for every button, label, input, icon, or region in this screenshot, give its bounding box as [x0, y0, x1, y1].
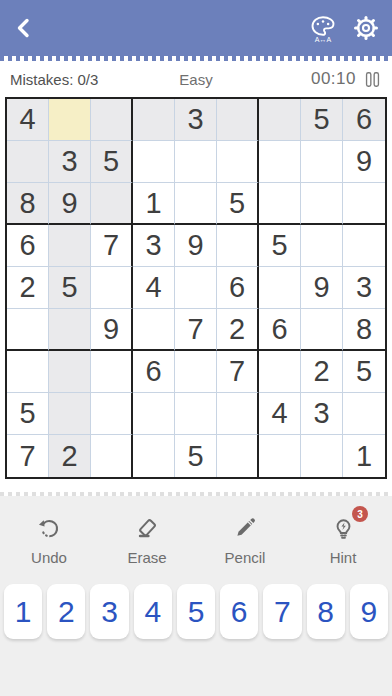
cell-r1c2[interactable]	[49, 99, 91, 141]
cell-r3c7[interactable]	[259, 183, 301, 225]
back-button[interactable]	[12, 11, 46, 45]
cell-r5c2[interactable]: 5	[49, 267, 91, 309]
cell-r6c2[interactable]	[49, 309, 91, 351]
cell-r2c6[interactable]	[217, 141, 259, 183]
pause-button[interactable]	[363, 70, 382, 89]
cell-r5c1[interactable]: 2	[7, 267, 49, 309]
cell-r4c9[interactable]	[343, 225, 385, 267]
cell-r9c9[interactable]: 1	[343, 435, 385, 477]
status-bar: Mistakes: 0/3 Easy 00:10	[0, 64, 392, 94]
pause-icon	[363, 70, 382, 89]
sudoku-app: A↔A	[0, 0, 392, 696]
cell-r9c1[interactable]: 7	[7, 435, 49, 477]
cell-r7c8[interactable]: 2	[301, 351, 343, 393]
toolbar: Undo Erase	[0, 512, 392, 566]
cell-r9c6[interactable]	[217, 435, 259, 477]
cell-r8c4[interactable]	[133, 393, 175, 435]
pencil-label: Pencil	[225, 549, 266, 566]
hint-badge: 3	[352, 506, 368, 522]
cell-r2c9[interactable]: 9	[343, 141, 385, 183]
eraser-icon	[132, 512, 162, 542]
cell-r7c7[interactable]	[259, 351, 301, 393]
cell-r9c2[interactable]: 2	[49, 435, 91, 477]
number-pad: 123456789	[0, 584, 392, 639]
cell-r6c5[interactable]: 7	[175, 309, 217, 351]
numpad-7[interactable]: 7	[263, 584, 301, 639]
theme-button[interactable]: A↔A	[308, 13, 338, 43]
svg-text:A↔A: A↔A	[315, 36, 332, 43]
cell-r7c5[interactable]	[175, 351, 217, 393]
numpad-2[interactable]: 2	[47, 584, 85, 639]
theme-icon: A↔A	[308, 13, 338, 43]
numpad-3[interactable]: 3	[90, 584, 128, 639]
cell-r1c7[interactable]	[259, 99, 301, 141]
cell-r9c8[interactable]	[301, 435, 343, 477]
pencil-icon	[230, 512, 260, 542]
cell-r2c7[interactable]	[259, 141, 301, 183]
cell-r3c9[interactable]	[343, 183, 385, 225]
cell-r6c4[interactable]	[133, 309, 175, 351]
cell-r3c5[interactable]	[175, 183, 217, 225]
cell-r1c1[interactable]: 4	[7, 99, 49, 141]
cell-r3c6[interactable]: 5	[217, 183, 259, 225]
hint-label: Hint	[330, 549, 357, 566]
timer: 00:10	[311, 69, 356, 89]
pencil-button[interactable]: Pencil	[196, 512, 294, 566]
cell-r1c9[interactable]: 6	[343, 99, 385, 141]
numpad-8[interactable]: 8	[307, 584, 345, 639]
numpad-5[interactable]: 5	[177, 584, 215, 639]
cell-r5c7[interactable]	[259, 267, 301, 309]
cell-r9c5[interactable]: 5	[175, 435, 217, 477]
cell-r2c8[interactable]	[301, 141, 343, 183]
undo-button[interactable]: Undo	[0, 512, 98, 566]
cell-r3c4[interactable]: 1	[133, 183, 175, 225]
cell-r4c1[interactable]: 6	[7, 225, 49, 267]
numpad-9[interactable]: 9	[350, 584, 388, 639]
cell-r5c4[interactable]: 4	[133, 267, 175, 309]
cell-r7c4[interactable]: 6	[133, 351, 175, 393]
cell-r7c6[interactable]: 7	[217, 351, 259, 393]
cell-r6c9[interactable]: 8	[343, 309, 385, 351]
numpad-1[interactable]: 1	[4, 584, 42, 639]
cell-r4c6[interactable]	[217, 225, 259, 267]
cell-r7c9[interactable]: 5	[343, 351, 385, 393]
settings-button[interactable]	[352, 14, 380, 42]
cell-r6c3[interactable]: 9	[91, 309, 133, 351]
cell-r1c3[interactable]	[91, 99, 133, 141]
cell-r8c7[interactable]: 4	[259, 393, 301, 435]
cell-r1c6[interactable]	[217, 99, 259, 141]
cell-r5c8[interactable]: 9	[301, 267, 343, 309]
cell-r1c5[interactable]: 3	[175, 99, 217, 141]
cell-r8c1[interactable]: 5	[7, 393, 49, 435]
cell-r5c3[interactable]	[91, 267, 133, 309]
cell-r5c6[interactable]: 6	[217, 267, 259, 309]
cell-r7c3[interactable]	[91, 351, 133, 393]
cell-r8c3[interactable]	[91, 393, 133, 435]
gear-icon	[352, 14, 380, 42]
cell-r3c3[interactable]	[91, 183, 133, 225]
cell-r9c3[interactable]	[91, 435, 133, 477]
cell-r8c8[interactable]: 3	[301, 393, 343, 435]
cell-r8c2[interactable]	[49, 393, 91, 435]
cell-r2c4[interactable]	[133, 141, 175, 183]
undo-icon	[34, 512, 64, 542]
cell-r5c5[interactable]	[175, 267, 217, 309]
cell-r3c2[interactable]: 9	[49, 183, 91, 225]
cell-r4c7[interactable]: 5	[259, 225, 301, 267]
mistakes-counter: Mistakes: 0/3	[10, 71, 134, 88]
bottom-panel: Undo Erase	[0, 496, 392, 696]
cell-r7c1[interactable]	[7, 351, 49, 393]
cell-r4c3[interactable]: 7	[91, 225, 133, 267]
cell-r4c5[interactable]: 9	[175, 225, 217, 267]
cell-r6c8[interactable]	[301, 309, 343, 351]
difficulty-label: Easy	[134, 71, 258, 88]
hint-bulb-icon: 3	[328, 512, 358, 542]
cell-r2c3[interactable]: 5	[91, 141, 133, 183]
cell-r4c8[interactable]	[301, 225, 343, 267]
erase-button[interactable]: Erase	[98, 512, 196, 566]
cell-r9c7[interactable]	[259, 435, 301, 477]
hint-button[interactable]: 3 Hint	[294, 512, 392, 566]
header-bar: A↔A	[0, 0, 392, 56]
cell-r1c4[interactable]	[133, 99, 175, 141]
cell-r3c1[interactable]: 8	[7, 183, 49, 225]
cell-r9c4[interactable]	[133, 435, 175, 477]
cell-r6c1[interactable]	[7, 309, 49, 351]
cell-r1c8[interactable]: 5	[301, 99, 343, 141]
cell-r5c9[interactable]: 3	[343, 267, 385, 309]
cell-r2c2[interactable]: 3	[49, 141, 91, 183]
sudoku-board: 43563598915673952546939726867255437251	[5, 97, 387, 479]
cell-r3c8[interactable]	[301, 183, 343, 225]
header-perforation	[0, 56, 392, 61]
erase-label: Erase	[127, 549, 166, 566]
cell-r4c2[interactable]	[49, 225, 91, 267]
cell-r6c6[interactable]: 2	[217, 309, 259, 351]
back-icon	[12, 16, 36, 40]
cell-r6c7[interactable]: 6	[259, 309, 301, 351]
numpad-6[interactable]: 6	[220, 584, 258, 639]
cell-r2c5[interactable]	[175, 141, 217, 183]
cell-r2c1[interactable]	[7, 141, 49, 183]
cell-r7c2[interactable]	[49, 351, 91, 393]
undo-label: Undo	[31, 549, 67, 566]
cell-r8c9[interactable]	[343, 393, 385, 435]
cell-r4c4[interactable]: 3	[133, 225, 175, 267]
cell-r8c5[interactable]	[175, 393, 217, 435]
cell-r8c6[interactable]	[217, 393, 259, 435]
numpad-4[interactable]: 4	[134, 584, 172, 639]
